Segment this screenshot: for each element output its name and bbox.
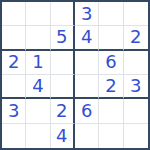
cell-r2c3[interactable]: 5 <box>51 26 75 50</box>
cell-r3c1[interactable]: 2 <box>2 51 26 75</box>
cell-r4c2[interactable]: 4 <box>26 75 50 99</box>
cell-r1c2[interactable] <box>26 2 50 26</box>
cell-r4c4[interactable] <box>75 75 99 99</box>
cell-r5c3[interactable]: 2 <box>51 99 75 123</box>
sudoku-board: 35422164233264 <box>0 0 150 150</box>
cell-r1c3[interactable] <box>51 2 75 26</box>
cell-r6c4[interactable] <box>75 124 99 148</box>
cell-r3c2[interactable]: 1 <box>26 51 50 75</box>
cell-r5c1[interactable]: 3 <box>2 99 26 123</box>
cell-r1c4[interactable]: 3 <box>75 2 99 26</box>
cell-r2c6[interactable]: 2 <box>124 26 148 50</box>
cell-r1c5[interactable] <box>99 2 123 26</box>
cell-r5c4[interactable]: 6 <box>75 99 99 123</box>
cell-r5c2[interactable] <box>26 99 50 123</box>
cell-r2c5[interactable] <box>99 26 123 50</box>
cell-r3c5[interactable]: 6 <box>99 51 123 75</box>
cell-r2c2[interactable] <box>26 26 50 50</box>
cell-r6c3[interactable]: 4 <box>51 124 75 148</box>
cell-r4c1[interactable] <box>2 75 26 99</box>
cell-r6c2[interactable] <box>26 124 50 148</box>
cell-r2c4[interactable]: 4 <box>75 26 99 50</box>
cell-r4c5[interactable]: 2 <box>99 75 123 99</box>
cell-r5c6[interactable] <box>124 99 148 123</box>
cell-r3c4[interactable] <box>75 51 99 75</box>
cell-r1c1[interactable] <box>2 2 26 26</box>
cell-r6c5[interactable] <box>99 124 123 148</box>
cell-r6c6[interactable] <box>124 124 148 148</box>
cell-r4c6[interactable]: 3 <box>124 75 148 99</box>
cell-r2c1[interactable] <box>2 26 26 50</box>
cell-r1c6[interactable] <box>124 2 148 26</box>
cell-r6c1[interactable] <box>2 124 26 148</box>
cell-r4c3[interactable] <box>51 75 75 99</box>
cell-r3c6[interactable] <box>124 51 148 75</box>
cell-r3c3[interactable] <box>51 51 75 75</box>
cell-r5c5[interactable] <box>99 99 123 123</box>
